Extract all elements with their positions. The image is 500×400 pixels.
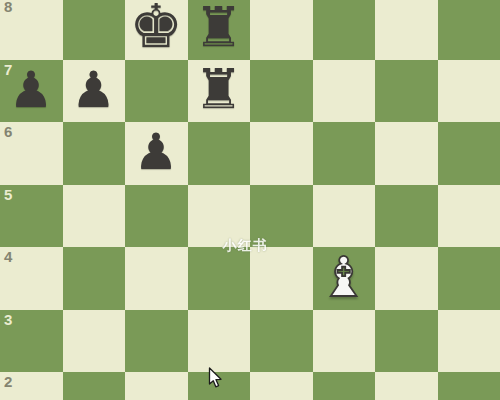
square-d6[interactable]: [188, 122, 251, 185]
square-b5[interactable]: [63, 185, 126, 248]
square-a5[interactable]: 5: [0, 185, 63, 248]
square-c8[interactable]: ♚: [125, 0, 188, 60]
square-g8[interactable]: [375, 0, 438, 60]
black-rook[interactable]: ♜: [194, 62, 243, 117]
square-c5[interactable]: [125, 185, 188, 248]
square-h8[interactable]: [438, 0, 500, 60]
square-h5[interactable]: [438, 185, 500, 248]
square-h2[interactable]: [438, 372, 500, 400]
square-h7[interactable]: [438, 60, 500, 123]
black-pawn[interactable]: ♟: [9, 65, 54, 115]
black-pawn[interactable]: ♟: [71, 65, 116, 115]
square-g2[interactable]: [375, 372, 438, 400]
square-a4[interactable]: 4: [0, 247, 63, 310]
square-e7[interactable]: [250, 60, 313, 123]
square-e2[interactable]: [250, 372, 313, 400]
square-c3[interactable]: [125, 310, 188, 373]
square-g5[interactable]: [375, 185, 438, 248]
square-e8[interactable]: [250, 0, 313, 60]
square-c7[interactable]: [125, 60, 188, 123]
square-b8[interactable]: [63, 0, 126, 60]
black-pawn[interactable]: ♟: [134, 127, 179, 177]
square-g6[interactable]: [375, 122, 438, 185]
square-c6[interactable]: ♟: [125, 122, 188, 185]
rank-label-3: 3: [4, 312, 12, 327]
square-f8[interactable]: [313, 0, 376, 60]
square-a8[interactable]: 8: [0, 0, 63, 60]
square-f2[interactable]: [313, 372, 376, 400]
square-b4[interactable]: [63, 247, 126, 310]
rank-label-5: 5: [4, 187, 12, 202]
square-b3[interactable]: [63, 310, 126, 373]
square-a2[interactable]: 2: [0, 372, 63, 400]
chess-board[interactable]: 8♚♜7♟♟♜6♟54♝321: [0, 0, 500, 400]
square-b6[interactable]: [63, 122, 126, 185]
square-g4[interactable]: [375, 247, 438, 310]
square-d7[interactable]: ♜: [188, 60, 251, 123]
square-d5[interactable]: [188, 185, 251, 248]
black-king[interactable]: ♚: [129, 0, 183, 57]
square-d8[interactable]: ♜: [188, 0, 251, 60]
black-rook[interactable]: ♜: [194, 0, 243, 55]
square-h4[interactable]: [438, 247, 500, 310]
square-h6[interactable]: [438, 122, 500, 185]
square-d2[interactable]: [188, 372, 251, 400]
rank-label-2: 2: [4, 374, 12, 389]
square-d3[interactable]: [188, 310, 251, 373]
square-f5[interactable]: [313, 185, 376, 248]
square-d4[interactable]: [188, 247, 251, 310]
rank-label-4: 4: [4, 249, 12, 264]
rank-label-8: 8: [4, 0, 12, 14]
square-e3[interactable]: [250, 310, 313, 373]
square-a3[interactable]: 3: [0, 310, 63, 373]
square-e4[interactable]: [250, 247, 313, 310]
square-a7[interactable]: 7♟: [0, 60, 63, 123]
square-h3[interactable]: [438, 310, 500, 373]
square-b2[interactable]: [63, 372, 126, 400]
square-f6[interactable]: [313, 122, 376, 185]
white-bishop[interactable]: ♝: [319, 250, 368, 305]
square-c4[interactable]: [125, 247, 188, 310]
square-e5[interactable]: [250, 185, 313, 248]
square-f7[interactable]: [313, 60, 376, 123]
square-c2[interactable]: [125, 372, 188, 400]
square-f3[interactable]: [313, 310, 376, 373]
square-g3[interactable]: [375, 310, 438, 373]
square-e6[interactable]: [250, 122, 313, 185]
square-b7[interactable]: ♟: [63, 60, 126, 123]
square-f4[interactable]: ♝: [313, 247, 376, 310]
square-g7[interactable]: [375, 60, 438, 123]
rank-label-6: 6: [4, 124, 12, 139]
square-a6[interactable]: 6: [0, 122, 63, 185]
chess-app-screen: 8♚♜7♟♟♜6♟54♝321 小红书: [0, 0, 500, 400]
